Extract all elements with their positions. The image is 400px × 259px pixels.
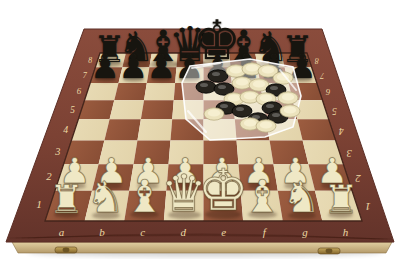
square-b6 <box>114 83 147 100</box>
rank-label-right-5: 5 <box>332 106 337 116</box>
square-f1 <box>241 191 283 221</box>
rank-label-left-1: 1 <box>36 198 42 210</box>
square-c4 <box>137 119 172 140</box>
disc-highlight <box>284 106 296 113</box>
file-label-top-a: a <box>112 43 116 51</box>
disc-highlight <box>253 80 265 87</box>
disc-highlight <box>262 66 274 73</box>
square-c2 <box>129 164 168 191</box>
square-d2 <box>166 164 203 191</box>
disc-highlight <box>228 94 240 101</box>
square-g2 <box>273 164 315 191</box>
square-e1 <box>204 191 244 221</box>
rank-label-right-3: 3 <box>347 148 353 159</box>
square-b3 <box>99 141 138 165</box>
draughts-disc-dark <box>232 105 252 117</box>
disc-highlight <box>244 119 256 126</box>
file-label-top-e: e <box>215 43 218 51</box>
square-c5 <box>141 100 174 119</box>
square-e2 <box>204 164 241 191</box>
square-b1 <box>85 191 130 221</box>
disc-highlight <box>260 121 272 128</box>
rank-label-left-5: 5 <box>70 105 75 115</box>
file-label-bottom-d: d <box>180 226 186 238</box>
disc-highlight <box>272 113 280 117</box>
draughts-disc-dark <box>196 81 216 93</box>
disc-highlight <box>236 78 248 85</box>
rank-label-left-6: 6 <box>77 86 82 96</box>
disc-highlight <box>266 104 274 108</box>
rank-label-right-4: 4 <box>339 126 344 137</box>
brass-clasp-1 <box>55 247 77 253</box>
file-label-top-b: b <box>138 43 142 51</box>
square-c1 <box>124 191 166 221</box>
file-label-bottom-b: b <box>99 226 105 238</box>
disc-highlight <box>270 86 278 90</box>
disc-highlight <box>212 72 220 76</box>
file-label-bottom-g: g <box>302 226 308 238</box>
file-label-bottom-h: h <box>343 226 349 238</box>
checkers-bag <box>180 56 304 146</box>
disc-highlight <box>220 104 228 108</box>
file-label-bottom-a: a <box>59 226 65 238</box>
file-label-top-h: h <box>290 43 294 51</box>
file-label-bottom-e: e <box>221 226 226 238</box>
square-b4 <box>104 119 141 140</box>
file-label-bottom-c: c <box>140 226 145 238</box>
disc-highlight <box>282 93 294 100</box>
square-b8 <box>122 53 151 67</box>
draughts-disc-dark <box>208 70 228 82</box>
square-b2 <box>92 164 134 191</box>
chess-set-photo: abcdefghabcdefgh8877665544332211♜♞♝♛♚♝♞♜… <box>0 0 400 259</box>
disc-highlight <box>246 64 258 71</box>
rank-label-left-3: 3 <box>54 146 60 157</box>
rank-label-right-8: 8 <box>315 56 319 65</box>
disc-highlight <box>236 107 244 111</box>
disc-highlight <box>218 85 226 89</box>
disc-highlight <box>200 83 208 87</box>
square-c6 <box>144 83 175 100</box>
square-c7 <box>147 67 177 83</box>
disc-highlight <box>244 92 256 99</box>
square-c3 <box>134 141 171 165</box>
brass-clasp-2 <box>318 248 340 254</box>
rank-label-left-8: 8 <box>88 56 92 65</box>
file-label-top-d: d <box>189 43 193 51</box>
disc-highlight <box>208 109 220 116</box>
rank-label-left-2: 2 <box>46 170 52 182</box>
square-d1 <box>164 191 204 221</box>
square-b5 <box>110 100 144 119</box>
rank-label-right-1: 1 <box>365 201 371 213</box>
file-label-top-g: g <box>265 43 269 51</box>
rank-label-right-2: 2 <box>355 173 361 185</box>
square-g1 <box>278 191 323 221</box>
square-c8 <box>149 53 177 67</box>
rank-label-left-4: 4 <box>63 124 68 135</box>
disc-highlight <box>260 94 272 101</box>
square-b7 <box>119 67 150 83</box>
rank-label-right-6: 6 <box>325 87 330 97</box>
square-f2 <box>238 164 277 191</box>
disc-highlight <box>230 66 242 73</box>
